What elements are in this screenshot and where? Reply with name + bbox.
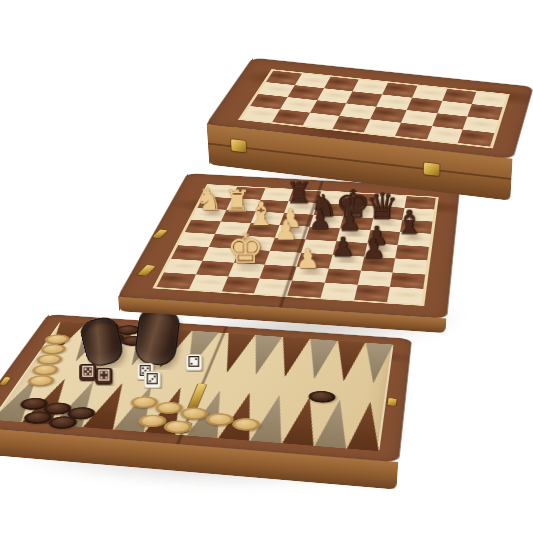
chess-piece-white-king[interactable]: ♚ [227, 228, 265, 268]
light-checker[interactable] [42, 334, 72, 345]
light-checker[interactable] [34, 353, 65, 365]
lid-square [432, 113, 468, 129]
lid-square [310, 100, 347, 116]
lid-square [468, 104, 503, 120]
lid-square [333, 116, 370, 132]
lid-square [463, 117, 499, 133]
lid-square [340, 103, 377, 119]
backgammon-board[interactable]: ⚄⚂⚁⚄⚃ [0, 314, 411, 462]
dark-die-4[interactable]: ⚃ [95, 368, 112, 385]
light-checker[interactable] [38, 343, 69, 355]
chess-piece-black-pawn[interactable]: ♟ [361, 237, 385, 263]
chess-piece-white-pawn[interactable]: ♟ [274, 219, 298, 244]
chess-piece-white-pawn[interactable]: ♟ [295, 246, 320, 272]
lid-square [370, 107, 406, 123]
dark-die-5[interactable]: ⚄ [79, 364, 96, 381]
lid-square [395, 123, 432, 140]
lid-square [364, 119, 401, 136]
chess-piece-black-pawn[interactable]: ♟ [331, 235, 355, 261]
lid-square [376, 94, 412, 109]
dark-checker[interactable] [119, 335, 148, 346]
lid-square [302, 113, 339, 129]
lid-square [472, 92, 506, 107]
lid-square [458, 130, 494, 147]
brass-latch [231, 139, 246, 152]
lid-square [437, 101, 472, 117]
white-die-3[interactable]: ⚂ [144, 371, 161, 388]
lid-square [272, 109, 310, 125]
lid-square [250, 94, 287, 109]
chess-piece-black-bishop[interactable]: ♝ [394, 207, 424, 238]
light-checker[interactable] [29, 364, 61, 376]
closed-chess-case[interactable] [207, 58, 533, 159]
lid-square [426, 126, 463, 143]
product-photo-scene: ⚄⚂⚁⚄⚃ ♞♜♝♟♟♚♟♜♞♚♛♝♟♟♟♟♟ [0, 0, 533, 533]
lid-square [242, 106, 280, 122]
lid-square [406, 98, 441, 114]
lid-square [401, 110, 437, 126]
brass-latch [424, 162, 440, 176]
chess-board[interactable]: ♞♜♝♟♟♚♟♜♞♚♛♝♟♟♟♟♟ [118, 173, 459, 318]
lid-square [280, 97, 317, 113]
